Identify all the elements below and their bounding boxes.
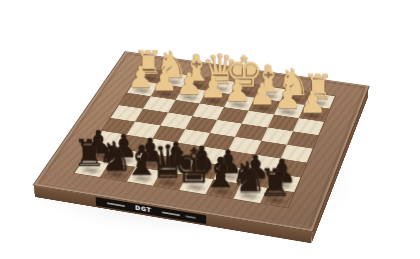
white-pawn[interactable]: ♟ — [151, 66, 178, 96]
dgt-logo: DGT — [135, 205, 152, 213]
square[interactable] — [111, 105, 144, 122]
white-pawn[interactable]: ♟ — [200, 73, 227, 103]
white-pawn[interactable]: ♟ — [299, 87, 326, 117]
white-pawn[interactable]: ♟ — [274, 83, 301, 113]
label-microtext — [185, 215, 195, 218]
label-microtext — [161, 211, 180, 216]
white-pawn[interactable]: ♟ — [224, 76, 251, 106]
board-grid: ♜♞♝♛♚♝♞♜♟♟♟♟♟♟♟♟♟♟♟♟♟♟♟♟♜♞♝♛♚♝♞♜ — [75, 69, 335, 208]
label-microtext — [106, 202, 124, 207]
scene: ♜♞♝♛♚♝♞♜♟♟♟♟♟♟♟♟♟♟♟♟♟♟♟♟♜♞♝♛♚♝♞♜ DGT — [0, 0, 420, 259]
white-pawn[interactable]: ♟ — [127, 62, 154, 92]
square[interactable]: ♟ — [299, 105, 330, 122]
chess-board: ♜♞♝♛♚♝♞♜♟♟♟♟♟♟♟♟♟♟♟♟♟♟♟♟♜♞♝♛♚♝♞♜ DGT — [34, 52, 369, 231]
square[interactable] — [261, 127, 293, 144]
black-rook[interactable]: ♜ — [258, 165, 292, 203]
white-pawn[interactable]: ♟ — [175, 69, 202, 99]
white-pawn[interactable]: ♟ — [249, 80, 276, 110]
square[interactable]: ♜ — [260, 188, 294, 208]
